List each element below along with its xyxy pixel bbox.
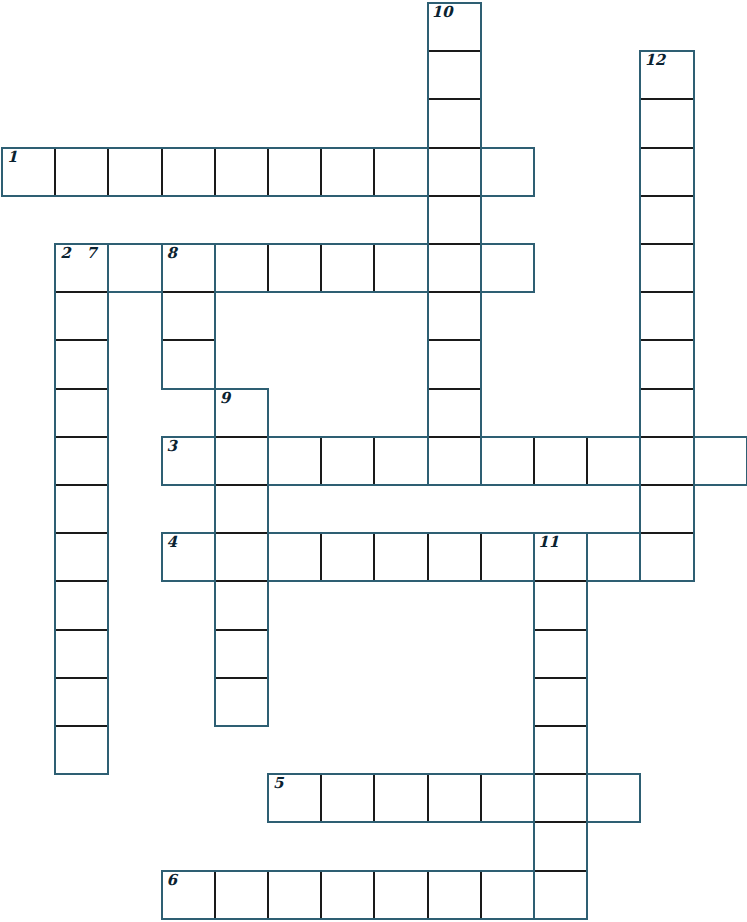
cell-r7-c12[interactable] [641, 341, 692, 387]
cell-r5-c8[interactable] [429, 245, 480, 291]
cell-r9-c5[interactable] [269, 438, 320, 484]
cell-r16-c11[interactable] [588, 775, 639, 821]
cell-r12-c1[interactable] [56, 582, 107, 628]
cell-r3-c12[interactable] [641, 149, 692, 195]
cell-r11-c10[interactable] [535, 534, 586, 580]
cell-r13-c1[interactable] [56, 631, 107, 677]
cell-r11-c9[interactable] [482, 534, 533, 580]
cell-r4-c12[interactable] [641, 197, 692, 243]
cell-r6-c1[interactable] [56, 293, 107, 339]
cell-r11-c5[interactable] [269, 534, 320, 580]
cell-r11-c11[interactable] [588, 534, 639, 580]
cell-r1-c12[interactable] [641, 52, 692, 98]
cell-r9-c3[interactable] [163, 438, 214, 484]
cell-r7-c8[interactable] [429, 341, 480, 387]
cell-r8-c8[interactable] [429, 390, 480, 436]
cell-r15-c10[interactable] [535, 727, 586, 773]
cell-r16-c9[interactable] [482, 775, 533, 821]
cell-r0-c8[interactable] [429, 4, 480, 50]
cell-r1-c8[interactable] [429, 52, 480, 98]
word-7-down [54, 243, 109, 775]
cell-r3-c1[interactable] [56, 149, 107, 195]
cell-r3-c5[interactable] [269, 149, 320, 195]
cell-r6-c12[interactable] [641, 293, 692, 339]
word-10-down [427, 2, 482, 486]
cell-r11-c1[interactable] [56, 534, 107, 580]
cell-r16-c8[interactable] [429, 775, 480, 821]
cell-r9-c7[interactable] [375, 438, 426, 484]
cell-r3-c2[interactable] [109, 149, 160, 195]
cell-r13-c4[interactable] [216, 631, 267, 677]
cell-r11-c6[interactable] [322, 534, 373, 580]
cell-r3-c3[interactable] [163, 149, 214, 195]
cell-r17-c10[interactable] [535, 823, 586, 869]
cell-r18-c10[interactable] [535, 872, 586, 918]
cell-r10-c12[interactable] [641, 486, 692, 532]
cell-r16-c5[interactable] [269, 775, 320, 821]
cell-r5-c2[interactable] [109, 245, 160, 291]
cell-r9-c8[interactable] [429, 438, 480, 484]
cell-r9-c13[interactable] [695, 438, 746, 484]
word-9-down [214, 388, 269, 727]
cell-r18-c9[interactable] [482, 872, 533, 918]
cell-r9-c9[interactable] [482, 438, 533, 484]
word-8-down [161, 243, 216, 390]
cell-r14-c4[interactable] [216, 679, 267, 725]
cell-r16-c7[interactable] [375, 775, 426, 821]
cell-r9-c12[interactable] [641, 438, 692, 484]
cell-r3-c6[interactable] [322, 149, 373, 195]
cell-r18-c4[interactable] [216, 872, 267, 918]
cell-r18-c7[interactable] [375, 872, 426, 918]
cell-r5-c1[interactable] [56, 245, 107, 291]
cell-r9-c11[interactable] [588, 438, 639, 484]
cell-r5-c3[interactable] [163, 245, 214, 291]
cell-r15-c1[interactable] [56, 727, 107, 773]
cell-r11-c3[interactable] [163, 534, 214, 580]
cell-r13-c10[interactable] [535, 631, 586, 677]
cell-r11-c12[interactable] [641, 534, 692, 580]
cell-r2-c8[interactable] [429, 100, 480, 146]
cell-r18-c6[interactable] [322, 872, 373, 918]
cell-r18-c5[interactable] [269, 872, 320, 918]
cell-r7-c1[interactable] [56, 341, 107, 387]
cell-r18-c3[interactable] [163, 872, 214, 918]
cell-r10-c4[interactable] [216, 486, 267, 532]
cell-r10-c1[interactable] [56, 486, 107, 532]
cell-r5-c9[interactable] [482, 245, 533, 291]
cell-r2-c12[interactable] [641, 100, 692, 146]
cell-r12-c10[interactable] [535, 582, 586, 628]
cell-r8-c4[interactable] [216, 390, 267, 436]
cell-r3-c9[interactable] [482, 149, 533, 195]
cell-r3-c0[interactable] [3, 149, 54, 195]
cell-r14-c1[interactable] [56, 679, 107, 725]
cell-r8-c1[interactable] [56, 390, 107, 436]
cell-r5-c7[interactable] [375, 245, 426, 291]
cell-r9-c1[interactable] [56, 438, 107, 484]
cell-r3-c7[interactable] [375, 149, 426, 195]
cell-r5-c5[interactable] [269, 245, 320, 291]
cell-r14-c10[interactable] [535, 679, 586, 725]
cell-r11-c4[interactable] [216, 534, 267, 580]
cell-r16-c6[interactable] [322, 775, 373, 821]
cell-r5-c4[interactable] [216, 245, 267, 291]
cell-r9-c4[interactable] [216, 438, 267, 484]
cell-r11-c7[interactable] [375, 534, 426, 580]
word-6-across [161, 870, 589, 920]
cell-r6-c3[interactable] [163, 293, 214, 339]
cell-r3-c4[interactable] [216, 149, 267, 195]
cell-r6-c8[interactable] [429, 293, 480, 339]
cell-r12-c4[interactable] [216, 582, 267, 628]
cell-r3-c8[interactable] [429, 149, 480, 195]
cell-r5-c12[interactable] [641, 245, 692, 291]
cell-r18-c8[interactable] [429, 872, 480, 918]
crossword-board: 127893410111256 [0, 0, 747, 922]
cell-r5-c6[interactable] [322, 245, 373, 291]
cell-r16-c10[interactable] [535, 775, 586, 821]
cell-r7-c3[interactable] [163, 341, 214, 387]
cell-r9-c10[interactable] [535, 438, 586, 484]
word-12-down [639, 50, 694, 582]
cell-r4-c8[interactable] [429, 197, 480, 243]
word-11-down [533, 532, 588, 920]
cell-r9-c6[interactable] [322, 438, 373, 484]
cell-r11-c8[interactable] [429, 534, 480, 580]
cell-r8-c12[interactable] [641, 390, 692, 436]
